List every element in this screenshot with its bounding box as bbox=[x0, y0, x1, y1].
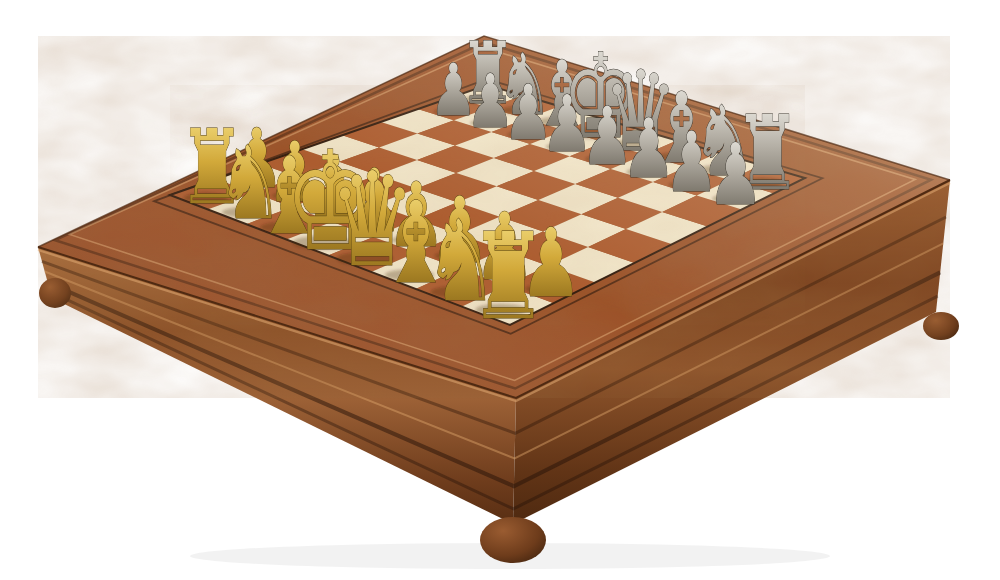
bun-foot-front bbox=[480, 517, 546, 563]
chess-set-photo: ♜♞♟♝♟♚♟♛♟♝♟♞♟♟♜♟♟♜♟♟♞♟♝♟♚♟♛♟♝♟♞♜ bbox=[0, 0, 1000, 580]
bun-foot-right bbox=[923, 312, 959, 340]
gold-rook-h1: ♜ bbox=[469, 207, 548, 346]
silver-pawn-h7: ♟ bbox=[707, 126, 763, 225]
chess-board-scene: ♜♞♟♝♟♚♟♛♟♝♟♞♟♟♜♟♟♜♟♟♞♟♝♟♚♟♛♟♝♟♞♜ bbox=[0, 0, 1000, 580]
bun-foot-left bbox=[39, 278, 71, 308]
